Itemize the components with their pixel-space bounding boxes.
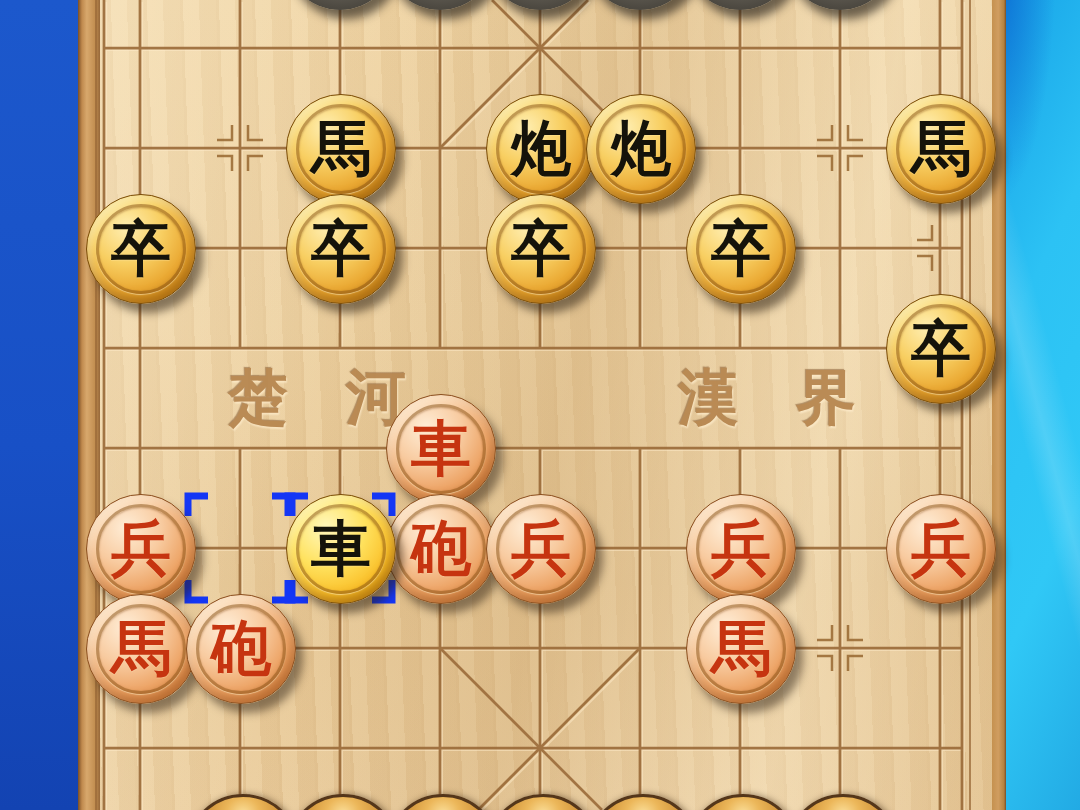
piece-glyph: 兵 [511, 518, 571, 578]
background-right-panel [1006, 0, 1080, 810]
piece-black-horse[interactable]: 馬 [886, 94, 996, 204]
piece-glyph: 卒 [311, 218, 371, 278]
piece-red-horse[interactable]: 馬 [86, 594, 196, 704]
board-left-edge [78, 0, 100, 810]
piece-glyph: 車 [411, 418, 471, 478]
piece-black-soldier[interactable]: 卒 [486, 194, 596, 304]
piece-glyph: 馬 [711, 618, 771, 678]
piece-glyph: 卒 [511, 218, 571, 278]
piece-red-soldier[interactable]: 兵 [86, 494, 196, 604]
piece-glyph: 兵 [711, 518, 771, 578]
piece-glyph: 卒 [111, 218, 171, 278]
piece-glyph: 馬 [911, 118, 971, 178]
piece-glyph: 炮 [611, 118, 671, 178]
river-label-han-jie: 漢界 [678, 358, 914, 439]
piece-black-soldier[interactable]: 卒 [686, 194, 796, 304]
piece-black-soldier[interactable]: 卒 [86, 194, 196, 304]
piece-glyph: 馬 [311, 118, 371, 178]
piece-glyph: 卒 [911, 318, 971, 378]
piece-glyph: 卒 [711, 218, 771, 278]
piece-red-chariot[interactable]: 車 [386, 394, 496, 504]
piece-black-soldier[interactable]: 卒 [886, 294, 996, 404]
piece-red-cannon[interactable]: 砲 [386, 494, 496, 604]
piece-red-soldier[interactable]: 兵 [486, 494, 596, 604]
piece-red-soldier[interactable]: 兵 [686, 494, 796, 604]
piece-glyph: 砲 [411, 518, 471, 578]
piece-black-chariot[interactable]: 車 [286, 494, 396, 604]
piece-black-soldier[interactable]: 卒 [286, 194, 396, 304]
game-screen: 楚河 漢界 馬炮炮馬卒卒卒卒卒車兵砲兵兵兵馬砲馬車 [0, 0, 1080, 810]
piece-glyph: 馬 [111, 618, 171, 678]
piece-black-cannon[interactable]: 炮 [586, 94, 696, 204]
piece-glyph: 車 [311, 518, 371, 578]
piece-glyph: 砲 [211, 618, 271, 678]
piece-black-horse[interactable]: 馬 [286, 94, 396, 204]
piece-glyph: 炮 [511, 118, 571, 178]
piece-glyph: 兵 [111, 518, 171, 578]
background-left-panel [0, 0, 78, 810]
piece-red-cannon[interactable]: 砲 [186, 594, 296, 704]
piece-red-soldier[interactable]: 兵 [886, 494, 996, 604]
piece-black-cannon[interactable]: 炮 [486, 94, 596, 204]
piece-red-horse[interactable]: 馬 [686, 594, 796, 704]
piece-glyph: 兵 [911, 518, 971, 578]
board-right-edge [992, 0, 1006, 810]
